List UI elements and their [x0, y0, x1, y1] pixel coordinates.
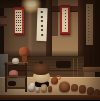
ceiling-lamp [27, 1, 36, 7]
lidded-white-bowl [28, 85, 35, 91]
upper-wall-shadow [51, 0, 58, 36]
calligraphy-column [41, 11, 43, 38]
beige-tea-caddy [41, 84, 47, 92]
tatami-edge [73, 58, 74, 78]
wood-grain-block [0, 16, 7, 26]
step-ledge [83, 66, 100, 72]
front-wood-rail [0, 95, 100, 101]
tatami-edge [77, 58, 78, 78]
hanging-scroll-left [14, 7, 24, 35]
brown-tea-bowl-3 [79, 85, 86, 93]
shelf-lower [6, 87, 27, 89]
floor-cushion [56, 60, 71, 68]
calligraphy-column [20, 12, 21, 31]
white-bowl-lid [30, 83, 34, 86]
tea-room-photo [0, 0, 100, 100]
brown-tea-bowl-2 [71, 84, 78, 91]
alcove-scroll-calligraphy [88, 7, 89, 41]
flower-vase [22, 56, 27, 62]
calligraphy-column [65, 10, 66, 30]
brown-tea-bowl-4 [87, 87, 94, 95]
rust-teapot-handle [56, 75, 61, 80]
dark-utensil [8, 81, 16, 86]
white-cup [36, 87, 40, 92]
calligraphy-column [18, 12, 19, 31]
white-bowl [12, 58, 19, 64]
kettle-knob [39, 61, 43, 64]
calligraphy-column [16, 12, 17, 31]
brown-tea-bowl-1 [59, 81, 70, 92]
door-frame-left [0, 0, 4, 56]
small-brown-cup [48, 86, 52, 92]
hanging-scroll-right [60, 5, 70, 35]
kettle-dome [32, 63, 50, 75]
hanging-scroll-center [36, 8, 47, 41]
